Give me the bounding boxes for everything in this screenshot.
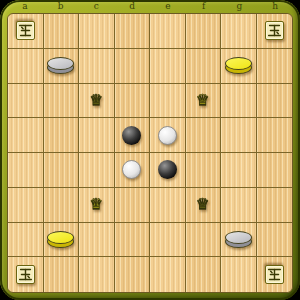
square-b2[interactable] [44,49,80,84]
square-d2[interactable] [115,49,151,84]
square-e4[interactable] [150,118,186,153]
piece-dark-shogi-king[interactable] [16,21,35,40]
file-label-f: f [186,0,222,13]
square-h7[interactable] [257,223,293,258]
square-a3[interactable] [8,84,44,119]
square-g3[interactable] [221,84,257,119]
square-f1[interactable] [186,14,222,49]
piece-dark-checker-king[interactable] [47,57,74,74]
square-c1[interactable] [79,14,115,49]
square-f4[interactable] [186,118,222,153]
piece-dark-checker-king[interactable] [225,231,252,248]
square-d8[interactable] [115,257,151,292]
square-h5[interactable] [257,153,293,188]
checker-top [225,57,252,70]
file-label-h: h [257,0,293,13]
square-g1[interactable] [221,14,257,49]
square-b7[interactable] [44,223,80,258]
board: ♛♛♛♛ [7,13,293,293]
piece-light-stone[interactable] [122,160,141,179]
square-a2[interactable] [8,49,44,84]
square-g8[interactable] [221,257,257,292]
square-c3[interactable]: ♛ [79,84,115,119]
square-h3[interactable] [257,84,293,119]
square-e7[interactable] [150,223,186,258]
square-g5[interactable] [221,153,257,188]
square-e2[interactable] [150,49,186,84]
piece-light-checker-king[interactable] [47,231,74,248]
square-f2[interactable] [186,49,222,84]
file-label-a: a [7,0,43,13]
square-g7[interactable] [221,223,257,258]
square-b1[interactable] [44,14,80,49]
piece-dark-crown-king[interactable]: ♛ [196,197,209,212]
file-labels: abcdefgh [7,0,293,13]
square-d3[interactable] [115,84,151,119]
square-f7[interactable] [186,223,222,258]
square-g6[interactable] [221,188,257,223]
piece-light-stone[interactable] [158,126,177,145]
square-h4[interactable] [257,118,293,153]
square-b8[interactable] [44,257,80,292]
square-f8[interactable] [186,257,222,292]
square-c7[interactable] [79,223,115,258]
square-h8[interactable] [257,257,293,292]
square-h6[interactable] [257,188,293,223]
square-a4[interactable] [8,118,44,153]
square-b5[interactable] [44,153,80,188]
file-label-b: b [43,0,79,13]
square-d5[interactable] [115,153,151,188]
square-c2[interactable] [79,49,115,84]
square-a1[interactable] [8,14,44,49]
square-h2[interactable] [257,49,293,84]
piece-light-crown-king[interactable]: ♛ [196,93,209,108]
square-d4[interactable] [115,118,151,153]
square-d6[interactable] [115,188,151,223]
square-c5[interactable] [79,153,115,188]
piece-dark-stone[interactable] [122,126,141,145]
square-b6[interactable] [44,188,80,223]
piece-light-shogi-king[interactable] [16,265,35,284]
file-label-c: c [79,0,115,13]
square-d1[interactable] [115,14,151,49]
square-e6[interactable] [150,188,186,223]
square-c4[interactable] [79,118,115,153]
file-label-g: g [222,0,258,13]
square-a6[interactable] [8,188,44,223]
square-d7[interactable] [115,223,151,258]
square-a8[interactable] [8,257,44,292]
square-f5[interactable] [186,153,222,188]
piece-dark-crown-king[interactable]: ♛ [90,93,103,108]
square-f3[interactable]: ♛ [186,84,222,119]
square-a7[interactable] [8,223,44,258]
square-f6[interactable]: ♛ [186,188,222,223]
square-c6[interactable]: ♛ [79,188,115,223]
square-a5[interactable] [8,153,44,188]
piece-dark-shogi-king[interactable] [265,265,284,284]
piece-light-shogi-king[interactable] [265,21,284,40]
checker-top [47,231,74,244]
square-g2[interactable] [221,49,257,84]
piece-light-checker-king[interactable] [225,57,252,74]
file-label-e: e [150,0,186,13]
square-c8[interactable] [79,257,115,292]
piece-light-crown-king[interactable]: ♛ [90,197,103,212]
square-e8[interactable] [150,257,186,292]
piece-dark-stone[interactable] [158,160,177,179]
square-e1[interactable] [150,14,186,49]
square-e5[interactable] [150,153,186,188]
checker-top [225,231,252,244]
square-g4[interactable] [221,118,257,153]
file-label-d: d [114,0,150,13]
square-b3[interactable] [44,84,80,119]
square-h1[interactable] [257,14,293,49]
square-e3[interactable] [150,84,186,119]
square-b4[interactable] [44,118,80,153]
